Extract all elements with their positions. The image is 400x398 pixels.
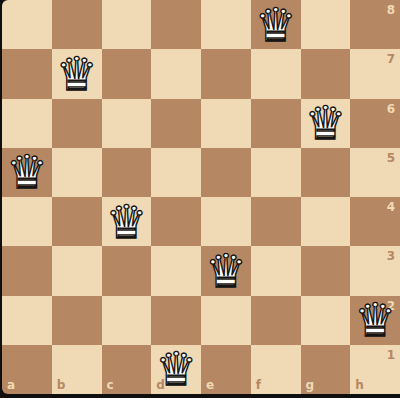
page-background: ♛8♛7♛6♛5♛4♛32♛abcd♛efg1h — [0, 0, 400, 398]
square-d1[interactable]: d♛ — [151, 345, 201, 394]
rank-label-6: 6 — [387, 102, 395, 116]
square-f5[interactable] — [251, 148, 301, 197]
white-queen[interactable]: ♛ — [301, 99, 351, 148]
square-g7[interactable] — [301, 49, 351, 98]
rank-label-7: 7 — [387, 52, 395, 66]
square-h1[interactable]: 1h — [350, 345, 400, 394]
white-queen[interactable]: ♛ — [251, 0, 301, 49]
square-a5[interactable]: ♛ — [2, 148, 52, 197]
square-d8[interactable] — [151, 0, 201, 49]
square-c3[interactable] — [102, 246, 152, 295]
square-b1[interactable]: b — [52, 345, 102, 394]
square-b5[interactable] — [52, 148, 102, 197]
square-h3[interactable]: 3 — [350, 246, 400, 295]
square-e3[interactable]: ♛ — [201, 246, 251, 295]
square-b8[interactable] — [52, 0, 102, 49]
square-c6[interactable] — [102, 99, 152, 148]
square-h5[interactable]: 5 — [350, 148, 400, 197]
white-queen[interactable]: ♛ — [2, 148, 52, 197]
file-label-f: f — [256, 378, 261, 392]
square-g8[interactable] — [301, 0, 351, 49]
rank-label-1: 1 — [387, 348, 395, 362]
file-label-a: a — [7, 378, 15, 392]
square-f4[interactable] — [251, 197, 301, 246]
rank-label-3: 3 — [387, 249, 395, 263]
square-f3[interactable] — [251, 246, 301, 295]
square-c8[interactable] — [102, 0, 152, 49]
square-d6[interactable] — [151, 99, 201, 148]
square-a4[interactable] — [2, 197, 52, 246]
square-d7[interactable] — [151, 49, 201, 98]
white-queen[interactable]: ♛ — [201, 246, 251, 295]
square-h4[interactable]: 4 — [350, 197, 400, 246]
square-e5[interactable] — [201, 148, 251, 197]
square-f7[interactable] — [251, 49, 301, 98]
square-f8[interactable]: ♛ — [251, 0, 301, 49]
white-queen[interactable]: ♛ — [102, 197, 152, 246]
square-b7[interactable]: ♛ — [52, 49, 102, 98]
square-e8[interactable] — [201, 0, 251, 49]
square-f2[interactable] — [251, 296, 301, 345]
square-e1[interactable]: e — [201, 345, 251, 394]
square-c7[interactable] — [102, 49, 152, 98]
square-e2[interactable] — [201, 296, 251, 345]
square-g4[interactable] — [301, 197, 351, 246]
white-queen[interactable]: ♛ — [350, 296, 400, 345]
square-b3[interactable] — [52, 246, 102, 295]
rank-label-5: 5 — [387, 151, 395, 165]
white-queen[interactable]: ♛ — [52, 49, 102, 98]
square-f1[interactable]: f — [251, 345, 301, 394]
square-a2[interactable] — [2, 296, 52, 345]
square-d5[interactable] — [151, 148, 201, 197]
square-g3[interactable] — [301, 246, 351, 295]
square-g2[interactable] — [301, 296, 351, 345]
square-g5[interactable] — [301, 148, 351, 197]
file-label-h: h — [355, 378, 364, 392]
chess-board: ♛8♛7♛6♛5♛4♛32♛abcd♛efg1h — [2, 0, 400, 394]
square-e6[interactable] — [201, 99, 251, 148]
square-h2[interactable]: 2♛ — [350, 296, 400, 345]
square-a8[interactable] — [2, 0, 52, 49]
square-d2[interactable] — [151, 296, 201, 345]
square-d3[interactable] — [151, 246, 201, 295]
square-h7[interactable]: 7 — [350, 49, 400, 98]
rank-label-8: 8 — [387, 3, 395, 17]
square-a6[interactable] — [2, 99, 52, 148]
square-a7[interactable] — [2, 49, 52, 98]
square-b4[interactable] — [52, 197, 102, 246]
square-e4[interactable] — [201, 197, 251, 246]
square-c1[interactable]: c — [102, 345, 152, 394]
square-g6[interactable]: ♛ — [301, 99, 351, 148]
square-h8[interactable]: 8 — [350, 0, 400, 49]
square-c2[interactable] — [102, 296, 152, 345]
square-a3[interactable] — [2, 246, 52, 295]
file-label-e: e — [206, 378, 214, 392]
square-h6[interactable]: 6 — [350, 99, 400, 148]
file-label-g: g — [306, 378, 315, 392]
file-label-b: b — [57, 378, 66, 392]
square-e7[interactable] — [201, 49, 251, 98]
rank-label-4: 4 — [387, 200, 395, 214]
file-label-c: c — [107, 378, 114, 392]
square-b2[interactable] — [52, 296, 102, 345]
square-a1[interactable]: a — [2, 345, 52, 394]
square-g1[interactable]: g — [301, 345, 351, 394]
square-c4[interactable]: ♛ — [102, 197, 152, 246]
square-b6[interactable] — [52, 99, 102, 148]
white-queen[interactable]: ♛ — [151, 345, 201, 394]
square-d4[interactable] — [151, 197, 201, 246]
square-c5[interactable] — [102, 148, 152, 197]
square-f6[interactable] — [251, 99, 301, 148]
